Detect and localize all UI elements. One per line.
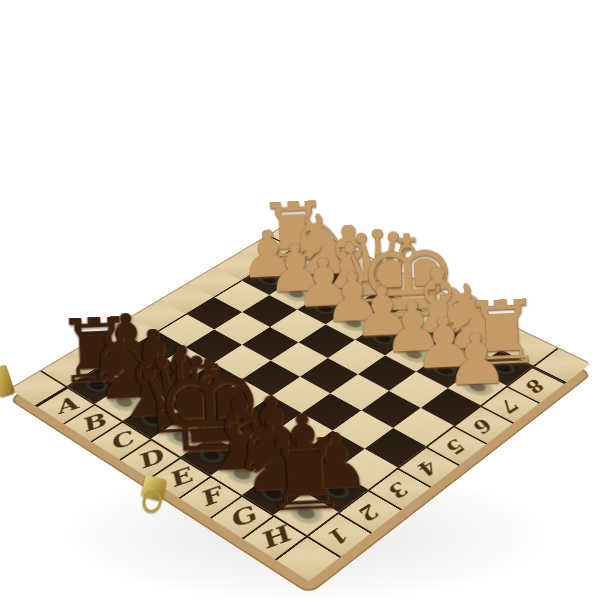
photo-background: ♜♞♝♛♚♝♞♜8♟♟♟♟♟♟♟♟76543♟♟♟♟♟♟♟♟2♜♞♝♛♚♝♞♜1… — [0, 0, 600, 600]
square-h5[interactable] — [393, 408, 453, 446]
piece-light-pawn[interactable]: ♟ — [443, 330, 509, 388]
piece-dark-rook[interactable]: ♜ — [259, 436, 349, 516]
brass-hinge — [0, 364, 15, 397]
